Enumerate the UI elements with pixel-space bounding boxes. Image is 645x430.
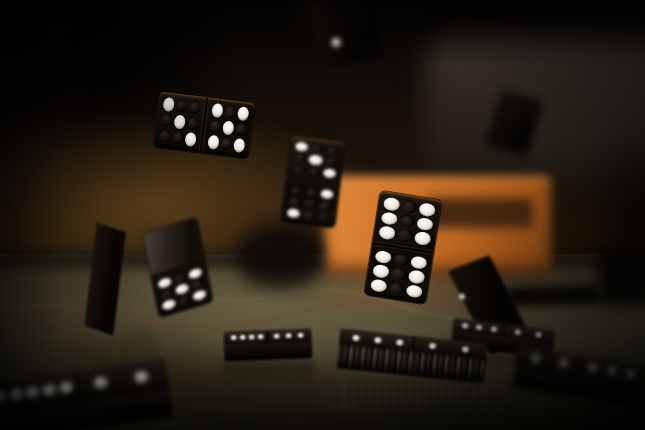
pip-white (374, 249, 392, 264)
pip-mold (302, 210, 316, 221)
pip-dot (396, 339, 404, 346)
pip-mold (392, 252, 410, 267)
pip-dot (626, 369, 636, 378)
pip-mold (401, 199, 419, 214)
pip-dot (134, 370, 150, 384)
domino-half (373, 191, 442, 252)
pip-mold (190, 278, 205, 291)
pip-white (161, 298, 176, 311)
pip-white (175, 282, 190, 295)
pip-mold (317, 211, 331, 222)
pip-dot (248, 334, 254, 339)
pip-mold (224, 104, 237, 119)
pip-white (184, 132, 197, 147)
pip-mold (318, 200, 332, 211)
pip-mold (325, 145, 339, 156)
domino-divider (412, 337, 415, 350)
pip-dot (462, 346, 470, 353)
pip-white (370, 278, 388, 293)
pip-dot (239, 335, 245, 340)
pip-mold (292, 164, 306, 175)
out-of-focus-domino (236, 224, 324, 288)
pip-white (383, 197, 401, 212)
pip-white (173, 114, 186, 129)
pip-mold (159, 129, 172, 144)
pip-white (162, 97, 175, 112)
pip-mold (388, 281, 406, 296)
pip-dot (25, 385, 41, 399)
falling-domino-3-2 (281, 136, 345, 228)
resting-domino (224, 328, 313, 361)
pip-dot (429, 342, 437, 349)
pip-white (372, 264, 390, 279)
domino-half (202, 97, 255, 158)
pip-white (192, 289, 207, 302)
pip-dot (607, 366, 617, 375)
domino-half (364, 244, 433, 305)
pip-dot (588, 363, 598, 372)
pip-white (308, 155, 322, 166)
pip-white (207, 135, 220, 150)
domino-half (229, 331, 265, 343)
falling-domino-3-5 (153, 91, 255, 158)
pip-mold (235, 122, 248, 137)
pip-white (295, 142, 309, 153)
pip-white (405, 284, 423, 299)
pip-mold (396, 228, 414, 243)
pip-mold (220, 136, 233, 151)
pip-dot (374, 336, 382, 343)
pip-mold (324, 157, 338, 168)
pip-dot (93, 376, 109, 390)
pip-dot (298, 333, 304, 338)
pip-white (418, 202, 436, 217)
pip-white (320, 189, 334, 200)
pip-dot (42, 383, 58, 397)
pip-mold (305, 187, 319, 198)
pip-white (408, 269, 426, 284)
pip-mold (172, 271, 187, 284)
domino-divider (267, 331, 269, 342)
pip-white (378, 225, 396, 240)
pip-mold (310, 143, 324, 154)
domino-half (286, 136, 345, 184)
pip-dot (9, 388, 25, 402)
background-domino-blur (598, 248, 645, 306)
pip-dot (230, 335, 236, 340)
domino-side-edge (224, 341, 313, 361)
pip-dot (274, 334, 280, 339)
pip-dot (476, 325, 483, 331)
domino-divider (502, 325, 505, 336)
pip-white (287, 208, 301, 219)
domino-half (271, 330, 307, 342)
domino-half (281, 180, 340, 228)
pip-dot (536, 332, 543, 338)
pip-white (222, 120, 235, 135)
pip-mold (188, 100, 201, 115)
pip-mold (293, 153, 307, 164)
pip-mold (398, 214, 416, 229)
pip-mold (186, 116, 199, 131)
pip-white (416, 216, 434, 231)
pip-dot (462, 323, 469, 329)
pip-dot (352, 334, 360, 341)
pip-white (410, 255, 428, 270)
pip-mold (307, 166, 321, 177)
pip-mold (289, 185, 303, 196)
pip-mold (159, 287, 174, 300)
domino-half (153, 91, 206, 152)
dominoes-photo-scene (0, 0, 645, 430)
background-domino-blur (506, 284, 601, 307)
pip-white (188, 267, 203, 280)
falling-domino-silhouette (309, 0, 385, 69)
pip-dot (514, 329, 521, 335)
pip-white (381, 211, 399, 226)
pip-mold (171, 130, 184, 145)
pip-white (211, 103, 224, 118)
pip-dot (58, 381, 74, 395)
pip-mold (288, 197, 302, 208)
single-pip (331, 37, 341, 47)
pip-white (233, 138, 246, 153)
pip-dot (559, 359, 569, 368)
pip-mold (390, 266, 408, 281)
pip-mold (177, 293, 192, 306)
pip-mold (209, 119, 222, 134)
pip-mold (160, 113, 173, 128)
pip-dot (0, 390, 8, 404)
pip-mold (303, 198, 317, 209)
pip-white (322, 168, 336, 179)
pip-white (414, 231, 432, 246)
table-reflection (222, 362, 314, 388)
pip-white (157, 276, 172, 289)
pip-white (237, 106, 250, 121)
pip-mold (175, 99, 188, 114)
pip-dot (257, 334, 263, 339)
pip-dot (286, 333, 292, 338)
box-embossed-stamp (427, 198, 533, 228)
pip-dot (491, 326, 498, 332)
table-reflection-striped (344, 380, 484, 410)
